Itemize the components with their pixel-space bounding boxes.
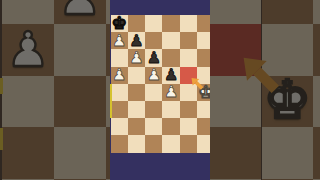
square-f2[interactable]: [197, 118, 210, 135]
highlight-square-e5: [210, 24, 262, 76]
square-g5: [313, 24, 320, 76]
square-a6[interactable]: [111, 49, 128, 66]
square-d2[interactable]: [162, 118, 179, 135]
square-b2: [54, 179, 106, 180]
square-a1[interactable]: [111, 135, 128, 152]
square-b4: [54, 76, 106, 128]
square-b8[interactable]: [128, 15, 145, 32]
square-a2: [2, 179, 54, 180]
square-g3: [313, 127, 320, 179]
square-e6: [210, 0, 262, 24]
square-b2[interactable]: [128, 118, 145, 135]
background-cropped-arrow-artifact: [0, 128, 3, 150]
square-e4: [210, 76, 262, 128]
square-e2[interactable]: [180, 118, 197, 135]
square-b3[interactable]: [128, 101, 145, 118]
highlight-square-e5[interactable]: [180, 67, 197, 84]
cropped-arrow-artifact: [110, 84, 112, 118]
square-d6[interactable]: [162, 49, 179, 66]
square-a3: [2, 127, 54, 179]
square-f8[interactable]: [197, 15, 210, 32]
square-e3: [210, 127, 262, 179]
square-a3[interactable]: [111, 101, 128, 118]
square-b4[interactable]: [128, 84, 145, 101]
white-pawn-b6: ♟: [54, 0, 106, 23]
square-c8[interactable]: [145, 15, 162, 32]
white-pawn-c5[interactable]: ♟: [145, 66, 162, 83]
square-e6[interactable]: [180, 49, 197, 66]
white-pawn-b6[interactable]: ♟: [128, 49, 145, 66]
black-king-a8[interactable]: ♚: [111, 15, 128, 32]
square-a4[interactable]: [111, 84, 128, 101]
square-d7[interactable]: [162, 32, 179, 49]
white-pawn-a5: ♟: [2, 23, 54, 75]
square-d3[interactable]: [162, 101, 179, 118]
square-e7[interactable]: [180, 32, 197, 49]
video-frame: ♚♟♟♟♟♟♟♟♟♚ ♚♟♟♟♟♟♟♟♟♚: [0, 0, 320, 180]
black-pawn-d5[interactable]: ♟: [162, 66, 179, 83]
square-g2: [313, 179, 320, 180]
square-b5[interactable]: [128, 67, 145, 84]
square-c4[interactable]: [145, 84, 162, 101]
square-f2: [262, 179, 314, 180]
square-f3[interactable]: [197, 101, 210, 118]
square-f3: [262, 127, 314, 179]
square-e8[interactable]: [180, 15, 197, 32]
white-king-f4: ♚: [262, 74, 314, 126]
black-pawn-b7[interactable]: ♟: [128, 32, 145, 49]
square-f6[interactable]: [197, 49, 210, 66]
square-c3[interactable]: [145, 101, 162, 118]
square-b5: [54, 24, 106, 76]
square-g4: [313, 76, 320, 128]
square-f1[interactable]: [197, 135, 210, 152]
square-b3: [54, 127, 106, 179]
black-pawn-c6[interactable]: ♟: [145, 49, 162, 66]
white-king-f4[interactable]: ♚: [197, 83, 210, 100]
white-pawn-a7[interactable]: ♟: [111, 32, 128, 49]
background-cropped-arrow-artifact: [0, 78, 3, 94]
square-e2: [210, 179, 262, 180]
video-strip: ♚♟♟♟♟♟♟♟♟♚: [110, 0, 210, 180]
square-a4: [2, 76, 54, 128]
chess-board: ♚♟♟♟♟♟♟♟♟♚: [111, 15, 210, 153]
square-e1[interactable]: [180, 135, 197, 152]
square-d8[interactable]: [162, 15, 179, 32]
square-c1[interactable]: [145, 135, 162, 152]
square-b1[interactable]: [128, 135, 145, 152]
white-pawn-a5[interactable]: ♟: [111, 66, 128, 83]
white-pawn-d4[interactable]: ♟: [162, 83, 179, 100]
square-f7[interactable]: [197, 32, 210, 49]
square-f6: [262, 0, 314, 24]
square-e4[interactable]: [180, 84, 197, 101]
square-a2[interactable]: [111, 118, 128, 135]
square-g6: [313, 0, 320, 24]
square-c2[interactable]: [145, 118, 162, 135]
square-e3[interactable]: [180, 101, 197, 118]
square-c7[interactable]: [145, 32, 162, 49]
square-d1[interactable]: [162, 135, 179, 152]
